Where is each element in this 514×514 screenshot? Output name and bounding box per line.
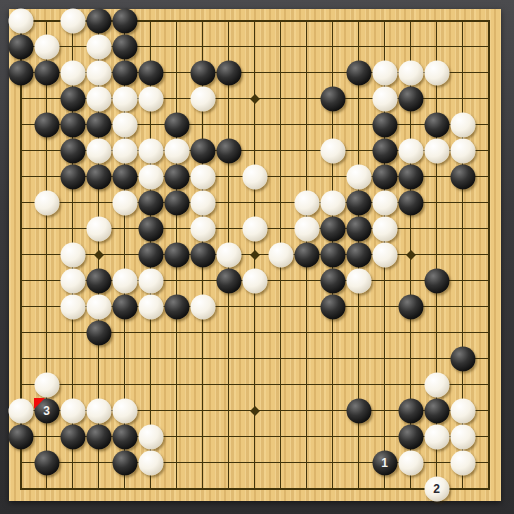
stone-white — [398, 60, 423, 85]
stone-white — [268, 242, 293, 267]
stone-black — [60, 138, 85, 163]
stone-white — [190, 294, 215, 319]
stone-white — [86, 138, 111, 163]
stone-white — [112, 398, 137, 423]
stone-black — [86, 8, 111, 33]
stone-white — [112, 86, 137, 111]
stone-white — [190, 86, 215, 111]
stone-white — [60, 8, 85, 33]
star-point — [406, 250, 416, 260]
stone-white — [86, 398, 111, 423]
stone-white — [450, 112, 475, 137]
stone-white — [346, 268, 371, 293]
stone-black — [60, 164, 85, 189]
stone-white — [8, 398, 33, 423]
stone-black — [34, 112, 59, 137]
stone-black — [8, 424, 33, 449]
stone-white — [86, 216, 111, 241]
stone-black — [320, 294, 345, 319]
move-number-label: 1 — [381, 457, 388, 469]
stone-black — [346, 242, 371, 267]
stone-white — [242, 268, 267, 293]
stone-black — [346, 398, 371, 423]
star-point — [250, 94, 260, 104]
stone-white — [138, 268, 163, 293]
stone-black — [34, 450, 59, 475]
stone-white — [450, 138, 475, 163]
stone-white — [34, 34, 59, 59]
stone-black — [398, 294, 423, 319]
move-number-label: 2 — [433, 483, 440, 495]
stone-black — [372, 138, 397, 163]
stone-black — [450, 164, 475, 189]
stone-black — [112, 450, 137, 475]
stone-black — [424, 398, 449, 423]
stone-white — [424, 424, 449, 449]
stone-white — [294, 216, 319, 241]
stone-black — [112, 294, 137, 319]
stone-white — [190, 164, 215, 189]
stone-black — [320, 216, 345, 241]
stone-white — [450, 450, 475, 475]
stone-white — [60, 242, 85, 267]
stone-white — [112, 190, 137, 215]
stone-white — [372, 60, 397, 85]
stone-white — [450, 424, 475, 449]
stone-white — [242, 216, 267, 241]
stone-black — [216, 138, 241, 163]
stone-black — [86, 424, 111, 449]
stone-white — [60, 268, 85, 293]
stone-white — [60, 294, 85, 319]
stone-white — [86, 34, 111, 59]
stone-white — [398, 138, 423, 163]
stone-black — [398, 86, 423, 111]
stone-white — [424, 138, 449, 163]
stone-black — [112, 8, 137, 33]
stone-black — [372, 164, 397, 189]
stone-white — [424, 372, 449, 397]
stone-white — [138, 86, 163, 111]
stone-black — [86, 164, 111, 189]
stone-black — [190, 242, 215, 267]
stone-white — [138, 294, 163, 319]
stone-white — [60, 398, 85, 423]
stone-black — [164, 294, 189, 319]
stone-black — [398, 190, 423, 215]
stone-black — [398, 398, 423, 423]
stone-white — [372, 190, 397, 215]
stone-white: 2 — [424, 476, 449, 501]
stone-white — [320, 138, 345, 163]
stone-black — [138, 60, 163, 85]
stone-white — [86, 60, 111, 85]
stone-black — [320, 268, 345, 293]
stone-white — [398, 450, 423, 475]
stone-white — [34, 190, 59, 215]
stone-black — [86, 268, 111, 293]
stone-black — [60, 112, 85, 137]
stone-white — [86, 294, 111, 319]
stone-black — [190, 138, 215, 163]
stone-white — [372, 86, 397, 111]
stone-black — [86, 320, 111, 345]
stone-black — [164, 242, 189, 267]
stone-white — [216, 242, 241, 267]
stone-black — [60, 424, 85, 449]
stone-white — [138, 450, 163, 475]
go-board[interactable]: 312 — [9, 9, 501, 501]
stone-black — [346, 60, 371, 85]
stone-white — [86, 86, 111, 111]
star-point — [94, 250, 104, 260]
stone-white — [138, 424, 163, 449]
stone-white — [164, 138, 189, 163]
stone-black — [346, 190, 371, 215]
grid-line-horizontal — [20, 488, 490, 490]
stone-black — [34, 60, 59, 85]
stone-black — [164, 190, 189, 215]
stone-black — [8, 60, 33, 85]
stone-black — [320, 242, 345, 267]
stone-white — [138, 138, 163, 163]
stone-black — [8, 34, 33, 59]
stone-black — [138, 242, 163, 267]
stone-white — [242, 164, 267, 189]
stone-black — [424, 268, 449, 293]
stone-black — [450, 346, 475, 371]
stone-white — [294, 190, 319, 215]
grid-line-horizontal — [20, 384, 490, 385]
last-move-marker — [34, 398, 45, 409]
stone-white — [346, 164, 371, 189]
stone-black — [320, 86, 345, 111]
stone-black — [398, 164, 423, 189]
grid-line-horizontal — [20, 358, 490, 359]
stone-black — [424, 112, 449, 137]
stone-white — [138, 164, 163, 189]
stone-white — [112, 112, 137, 137]
stone-black — [60, 86, 85, 111]
stone-white — [372, 242, 397, 267]
stone-white — [60, 60, 85, 85]
stone-black — [86, 112, 111, 137]
stone-white — [424, 60, 449, 85]
star-point — [250, 406, 260, 416]
stone-black — [216, 60, 241, 85]
stone-black — [372, 112, 397, 137]
stone-white — [190, 216, 215, 241]
stone-black — [346, 216, 371, 241]
stone-black — [138, 190, 163, 215]
stone-black — [190, 60, 215, 85]
stone-black: 1 — [372, 450, 397, 475]
stone-white — [34, 372, 59, 397]
stone-black — [112, 164, 137, 189]
stone-white — [112, 268, 137, 293]
star-point — [250, 250, 260, 260]
stone-black — [164, 164, 189, 189]
grid-line-vertical — [488, 20, 490, 490]
stone-white — [8, 8, 33, 33]
stone-black — [112, 424, 137, 449]
stone-black — [112, 60, 137, 85]
stone-white — [450, 398, 475, 423]
stone-white — [190, 190, 215, 215]
stone-white — [112, 138, 137, 163]
stone-black — [164, 112, 189, 137]
stone-black — [138, 216, 163, 241]
stone-black — [294, 242, 319, 267]
stone-black — [398, 424, 423, 449]
stone-black — [216, 268, 241, 293]
stone-white — [320, 190, 345, 215]
stone-black — [112, 34, 137, 59]
stone-white — [372, 216, 397, 241]
